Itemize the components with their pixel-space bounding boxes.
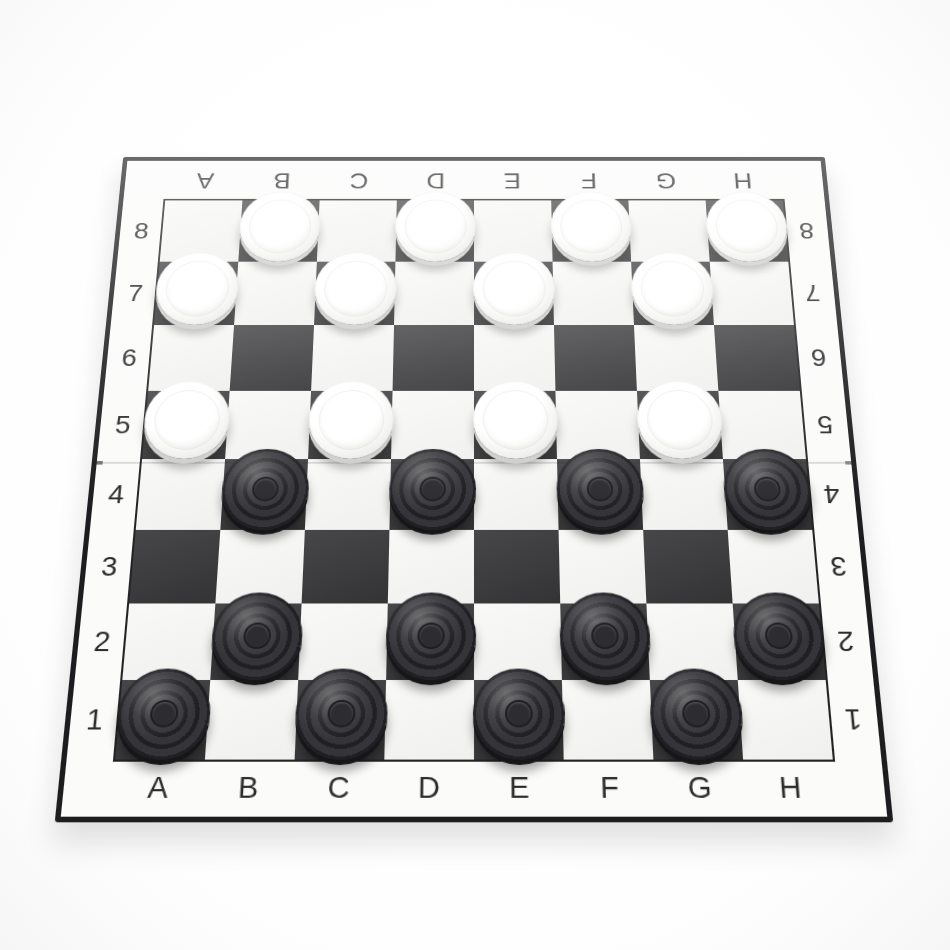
- square-f8[interactable]: ⛀: [551, 200, 631, 261]
- square-g4[interactable]: [640, 459, 728, 530]
- file-label-bottom-h: H: [743, 760, 838, 817]
- file-label-bottom-c: C: [292, 760, 384, 817]
- rank-label-right-7: 7: [788, 262, 837, 325]
- square-b7[interactable]: [234, 262, 317, 325]
- checker-white-man-c5[interactable]: ⛀: [307, 381, 395, 459]
- white-man-glyph: ⛀: [141, 381, 232, 459]
- black-man-glyph: ⛂: [209, 592, 304, 679]
- white-man-glyph: ⛀: [237, 191, 321, 261]
- white-man-glyph: ⛀: [307, 381, 395, 459]
- rank-label-right-6: 6: [794, 325, 844, 391]
- square-e5[interactable]: ⛀: [474, 391, 557, 459]
- file-label-bottom-b: B: [201, 760, 295, 817]
- square-f2[interactable]: ⛂: [560, 603, 650, 680]
- checker-white-man-c7[interactable]: ⛀: [313, 252, 397, 325]
- white-man-glyph: ⛀: [153, 252, 241, 325]
- checker-white-man-e7[interactable]: ⛀: [473, 252, 556, 325]
- square-d7[interactable]: [394, 262, 474, 325]
- file-labels-bottom: ABCDEFGH: [110, 760, 838, 817]
- checker-black-man-e1[interactable]: ⛂: [472, 668, 565, 759]
- rank-label-left-8: 8: [117, 200, 165, 261]
- checker-black-man-h4[interactable]: ⛂: [721, 448, 814, 529]
- square-h2[interactable]: ⛂: [733, 603, 826, 680]
- file-label-top-c: C: [320, 162, 398, 198]
- square-e4[interactable]: [474, 459, 559, 530]
- square-d6[interactable]: [393, 325, 474, 391]
- white-man-glyph: ⛀: [473, 381, 559, 459]
- black-man-glyph: ⛂: [219, 448, 310, 529]
- checker-black-man-d2[interactable]: ⛂: [385, 592, 476, 679]
- checker-white-man-b8[interactable]: ⛀: [237, 191, 321, 261]
- square-a3[interactable]: [129, 530, 220, 604]
- square-b6[interactable]: [230, 325, 314, 391]
- square-a5[interactable]: ⛀: [142, 391, 230, 459]
- square-h4[interactable]: ⛂: [723, 459, 812, 530]
- square-a7[interactable]: ⛀: [154, 262, 238, 325]
- black-man-glyph: ⛂: [730, 592, 827, 679]
- square-h7[interactable]: [710, 262, 794, 325]
- file-label-bottom-g: G: [653, 760, 747, 817]
- checker-white-man-g5[interactable]: ⛀: [635, 381, 724, 459]
- checkers-board: ABCDEFGH ABCDEFGH 87654321 87654321 ⛀⛀⛀⛀…: [55, 157, 894, 822]
- square-g1[interactable]: ⛂: [650, 680, 743, 760]
- black-man-glyph: ⛂: [555, 448, 644, 529]
- square-d4[interactable]: ⛂: [389, 459, 474, 530]
- white-man-glyph: ⛀: [635, 381, 724, 459]
- square-g7[interactable]: ⛀: [631, 262, 714, 325]
- white-man-glyph: ⛀: [629, 252, 715, 325]
- file-label-bottom-f: F: [564, 760, 656, 817]
- checker-white-man-d8[interactable]: ⛀: [394, 191, 475, 261]
- rank-label-right-5: 5: [800, 391, 851, 459]
- checker-black-man-f4[interactable]: ⛂: [555, 448, 644, 529]
- rank-label-left-7: 7: [111, 262, 160, 325]
- checker-white-man-a5[interactable]: ⛀: [141, 381, 232, 459]
- checker-white-man-a7[interactable]: ⛀: [153, 252, 241, 325]
- square-e1[interactable]: ⛂: [474, 680, 564, 760]
- file-label-top-a: A: [165, 162, 245, 198]
- file-label-bottom-a: A: [110, 760, 205, 817]
- square-f4[interactable]: ⛂: [557, 459, 643, 530]
- square-e7[interactable]: ⛀: [474, 262, 554, 325]
- square-d2[interactable]: ⛂: [386, 603, 474, 680]
- black-man-glyph: ⛂: [114, 668, 213, 759]
- square-c3[interactable]: [302, 530, 390, 604]
- white-man-glyph: ⛀: [704, 191, 790, 261]
- black-man-glyph: ⛂: [648, 668, 745, 759]
- square-h6[interactable]: [714, 325, 800, 391]
- square-a4[interactable]: [136, 459, 225, 530]
- rank-label-right-2: 2: [819, 603, 874, 680]
- squares-grid: ⛀⛀⛀⛀⛀⛀⛀⛀⛀⛀⛀⛀⛂⛂⛂⛂⛂⛂⛂⛂⛂⛂⛂⛂: [115, 200, 833, 759]
- checker-black-man-a1[interactable]: ⛂: [114, 668, 213, 759]
- square-g3[interactable]: [643, 530, 732, 604]
- white-man-glyph: ⛀: [394, 191, 475, 261]
- black-man-glyph: ⛂: [388, 448, 476, 529]
- square-f7[interactable]: [553, 262, 634, 325]
- square-b8[interactable]: ⛀: [238, 200, 319, 261]
- rank-label-right-3: 3: [812, 530, 865, 604]
- checker-black-man-g1[interactable]: ⛂: [648, 668, 745, 759]
- rank-label-right-1: 1: [826, 680, 882, 760]
- white-man-glyph: ⛀: [473, 252, 556, 325]
- file-label-bottom-e: E: [474, 760, 565, 817]
- white-man-glyph: ⛀: [313, 252, 397, 325]
- checker-black-man-h2[interactable]: ⛂: [730, 592, 827, 679]
- file-label-bottom-d: D: [383, 760, 474, 817]
- checker-black-man-c1[interactable]: ⛂: [293, 668, 388, 759]
- square-g5[interactable]: ⛀: [637, 391, 723, 459]
- square-e3[interactable]: [474, 530, 560, 604]
- square-c4[interactable]: [305, 459, 391, 530]
- checker-black-man-b2[interactable]: ⛂: [209, 592, 304, 679]
- square-b2[interactable]: ⛂: [210, 603, 301, 680]
- square-d1[interactable]: [384, 680, 474, 760]
- rank-label-left-3: 3: [82, 530, 135, 604]
- checker-white-man-e5[interactable]: ⛀: [473, 381, 559, 459]
- rank-label-left-4: 4: [90, 459, 142, 530]
- black-man-glyph: ⛂: [721, 448, 814, 529]
- product-photo-checkers-board: ABCDEFGH ABCDEFGH 87654321 87654321 ⛀⛀⛀⛀…: [0, 0, 950, 950]
- checker-white-man-f8[interactable]: ⛀: [550, 191, 633, 261]
- square-a1[interactable]: ⛂: [115, 680, 210, 760]
- square-c5[interactable]: ⛀: [308, 391, 393, 459]
- white-man-glyph: ⛀: [550, 191, 633, 261]
- black-man-glyph: ⛂: [385, 592, 476, 679]
- checker-black-man-f2[interactable]: ⛂: [558, 592, 651, 679]
- rank-label-right-8: 8: [783, 200, 831, 261]
- board-perspective-wrapper: ABCDEFGH ABCDEFGH 87654321 87654321 ⛀⛀⛀⛀…: [92, 104, 856, 816]
- checker-black-man-d4[interactable]: ⛂: [388, 448, 476, 529]
- square-h1[interactable]: [738, 680, 833, 760]
- file-label-top-e: E: [474, 162, 551, 198]
- square-h8[interactable]: ⛀: [706, 200, 789, 261]
- square-c7[interactable]: ⛀: [314, 262, 395, 325]
- square-b1[interactable]: [205, 680, 298, 760]
- checker-black-man-b4[interactable]: ⛂: [219, 448, 310, 529]
- square-c1[interactable]: ⛂: [295, 680, 386, 760]
- square-f1[interactable]: [562, 680, 653, 760]
- black-man-glyph: ⛂: [558, 592, 651, 679]
- checker-white-man-g7[interactable]: ⛀: [629, 252, 715, 325]
- checker-white-man-h8[interactable]: ⛀: [704, 191, 790, 261]
- black-man-glyph: ⛂: [472, 668, 565, 759]
- rank-label-right-4: 4: [806, 459, 858, 530]
- square-d8[interactable]: ⛀: [395, 200, 474, 261]
- square-f6[interactable]: [554, 325, 637, 391]
- black-man-glyph: ⛂: [293, 668, 388, 759]
- file-label-top-g: G: [627, 162, 706, 198]
- square-b4[interactable]: ⛂: [220, 459, 308, 530]
